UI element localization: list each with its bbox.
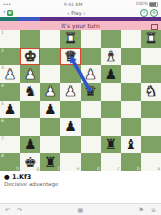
- square-f7[interactable]: [40, 136, 60, 154]
- rank-label: 6: [1, 118, 4, 123]
- piece-black-pawn-e6[interactable]: ♟: [60, 118, 80, 136]
- clock-text: 9:41 AM: [64, 2, 83, 7]
- square-h2[interactable]: 2: [0, 48, 20, 66]
- evaluation-text: Decisive advantage: [4, 181, 157, 188]
- piece-white-pawn-h3[interactable]: ♟: [0, 65, 20, 83]
- square-f6[interactable]: [40, 118, 60, 136]
- square-a3[interactable]: [141, 65, 161, 83]
- next-exercise-icon[interactable]: ›: [83, 10, 85, 16]
- rank-label: 7: [1, 136, 4, 141]
- piece-white-queen-e2[interactable]: ♛: [60, 48, 80, 66]
- toolbar-actions: ? ⚙: [140, 9, 158, 17]
- square-e5[interactable]: [60, 101, 80, 119]
- chess-board[interactable]: 12345678hgfedcba♜♜♚♛♝♟♟♟♟♞♟♟♛♞♟♟♟♟♜♝♚♜: [0, 30, 161, 171]
- bottom-center-group: ▦: [77, 204, 83, 215]
- square-d2[interactable]: [81, 48, 101, 66]
- square-c1[interactable]: [101, 30, 121, 48]
- more-icon[interactable]: ≡: [151, 204, 156, 215]
- file-label: e: [77, 166, 80, 171]
- redo-icon[interactable]: ↷: [17, 204, 22, 215]
- piece-black-pawn-c3[interactable]: ♟: [101, 65, 121, 83]
- file-label: b: [137, 166, 140, 171]
- square-e7[interactable]: [60, 136, 80, 154]
- square-c4[interactable]: [101, 83, 121, 101]
- board-menu-icon[interactable]: ▦: [77, 204, 83, 215]
- square-f2[interactable]: [40, 48, 60, 66]
- square-f1[interactable]: [40, 30, 60, 48]
- square-d1[interactable]: [81, 30, 101, 48]
- undo-icon[interactable]: ↶: [5, 204, 10, 215]
- piece-white-rook-a1[interactable]: ♜: [141, 30, 161, 48]
- hint-button[interactable]: ?: [140, 9, 148, 17]
- piece-white-king-g2[interactable]: ♚: [20, 48, 40, 66]
- square-g6[interactable]: [20, 118, 40, 136]
- status-bar: ••• 9:41 AM 100%: [0, 0, 161, 8]
- square-c5[interactable]: [101, 101, 121, 119]
- piece-white-pawn-f4[interactable]: ♟: [40, 83, 60, 101]
- chess-app-window: ••• 9:41 AM 100% ‹ ♚ ‹ Play › ? ⚙ It's y…: [0, 0, 161, 215]
- piece-white-pawn-d3[interactable]: ♟: [81, 65, 101, 83]
- rank-label: 1: [1, 30, 4, 35]
- square-e8[interactable]: e: [60, 153, 80, 171]
- analysis-panel: ● 1.Kf3 Decisive advantage: [0, 171, 161, 188]
- piece-black-rook-f8[interactable]: ♜: [40, 153, 60, 171]
- square-b8[interactable]: b: [121, 153, 141, 171]
- signal-icon: •••: [3, 2, 11, 7]
- square-b1[interactable]: [121, 30, 141, 48]
- square-a2[interactable]: [141, 48, 161, 66]
- file-label: a: [157, 166, 160, 171]
- piece-black-pawn-g7[interactable]: ♟: [20, 136, 40, 154]
- square-e3[interactable]: [60, 65, 80, 83]
- square-g5[interactable]: [20, 101, 40, 119]
- square-h6[interactable]: 6: [0, 118, 20, 136]
- piece-black-queen-d4[interactable]: ♛: [81, 83, 101, 101]
- battery-status: 100%: [135, 1, 158, 6]
- expand-board-icon[interactable]: [151, 24, 158, 30]
- square-d5[interactable]: [81, 101, 101, 119]
- bottom-toolbar: ↶↷ ▦ ⚑≡: [0, 203, 161, 215]
- turn-banner: It's your turn: [0, 21, 161, 30]
- battery-icon: [149, 2, 158, 7]
- rank-label: 8: [1, 153, 4, 158]
- file-label: h: [16, 166, 19, 171]
- square-b2[interactable]: [121, 48, 141, 66]
- flag-icon[interactable]: ⚑: [139, 204, 144, 215]
- piece-black-pawn-h5[interactable]: ♟: [0, 101, 20, 119]
- square-c6[interactable]: [101, 118, 121, 136]
- piece-white-pawn-e4[interactable]: ♟: [60, 83, 80, 101]
- piece-black-pawn-f5[interactable]: ♟: [40, 101, 60, 119]
- piece-white-bishop-c2[interactable]: ♝: [101, 48, 121, 66]
- piece-black-rook-c7[interactable]: ♜: [101, 136, 121, 154]
- file-label: d: [97, 166, 100, 171]
- toolbar-title-nav[interactable]: ‹ Play ›: [13, 10, 140, 16]
- square-d7[interactable]: [81, 136, 101, 154]
- move-text[interactable]: ● 1.Kf3: [4, 173, 157, 181]
- square-d8[interactable]: d: [81, 153, 101, 171]
- back-chevron-icon[interactable]: ‹: [3, 8, 6, 17]
- spacer: [0, 188, 161, 203]
- top-toolbar: ‹ ♚ ‹ Play › ? ⚙: [0, 8, 161, 17]
- piece-black-knight-g4[interactable]: ♞: [20, 83, 40, 101]
- piece-white-knight-a4[interactable]: ♞: [141, 83, 161, 101]
- square-g1[interactable]: [20, 30, 40, 48]
- square-b5[interactable]: [121, 101, 141, 119]
- bottom-right-group: ⚑≡: [139, 204, 156, 215]
- turn-banner-text: It's your turn: [0, 22, 161, 29]
- square-a6[interactable]: [141, 118, 161, 136]
- toolbar-title: Play: [71, 10, 81, 16]
- square-d6[interactable]: [81, 118, 101, 136]
- piece-white-rook-e1[interactable]: ♜: [60, 30, 80, 48]
- square-b3[interactable]: [121, 65, 141, 83]
- bottom-left-group: ↶↷: [5, 204, 22, 215]
- rank-label: 4: [1, 83, 4, 88]
- prev-exercise-icon[interactable]: ‹: [68, 10, 70, 16]
- rank-label: 2: [1, 48, 4, 53]
- settings-button[interactable]: ⚙: [150, 9, 158, 17]
- square-h4[interactable]: 4: [0, 83, 20, 101]
- piece-white-pawn-g3[interactable]: ♟: [20, 65, 40, 83]
- square-b4[interactable]: [121, 83, 141, 101]
- square-c8[interactable]: c: [101, 153, 121, 171]
- square-h7[interactable]: 7: [0, 136, 20, 154]
- battery-percent: 100%: [135, 1, 148, 6]
- square-h8[interactable]: 8h: [0, 153, 20, 171]
- file-label: c: [117, 166, 119, 171]
- piece-black-bishop-b7[interactable]: ♝: [121, 136, 141, 154]
- square-h1[interactable]: 1: [0, 30, 20, 48]
- square-f3[interactable]: [40, 65, 60, 83]
- square-a7[interactable]: [141, 136, 161, 154]
- square-b6[interactable]: [121, 118, 141, 136]
- square-a8[interactable]: a: [141, 153, 161, 171]
- square-a5[interactable]: [141, 101, 161, 119]
- piece-black-king-g8[interactable]: ♚: [20, 153, 40, 171]
